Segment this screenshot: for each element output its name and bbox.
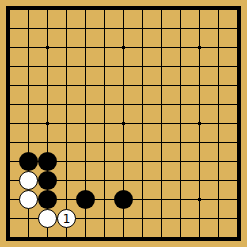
black-stone [38,152,57,171]
grid-line-vertical [237,9,238,238]
hoshi-point [198,198,201,201]
hoshi-point [46,46,49,49]
white-stone [19,190,38,209]
white-stone [19,171,38,190]
grid-line-vertical [161,9,162,238]
black-stone [114,190,133,209]
goban: 1 [0,0,247,247]
black-stone [38,190,57,209]
hoshi-point [198,46,201,49]
black-stone [19,152,38,171]
hoshi-point [122,46,125,49]
black-stone [38,171,57,190]
white-stone [38,209,57,228]
hoshi-point [46,122,49,125]
grid-line-horizontal [9,142,238,143]
white-stone-move-1: 1 [57,209,76,228]
grid-line-vertical [218,9,219,238]
grid-line-horizontal [9,237,238,238]
black-stone [76,190,95,209]
hoshi-point [122,122,125,125]
hoshi-point [198,122,201,125]
grid-line-vertical [142,9,143,238]
grid-line-vertical [180,9,181,238]
